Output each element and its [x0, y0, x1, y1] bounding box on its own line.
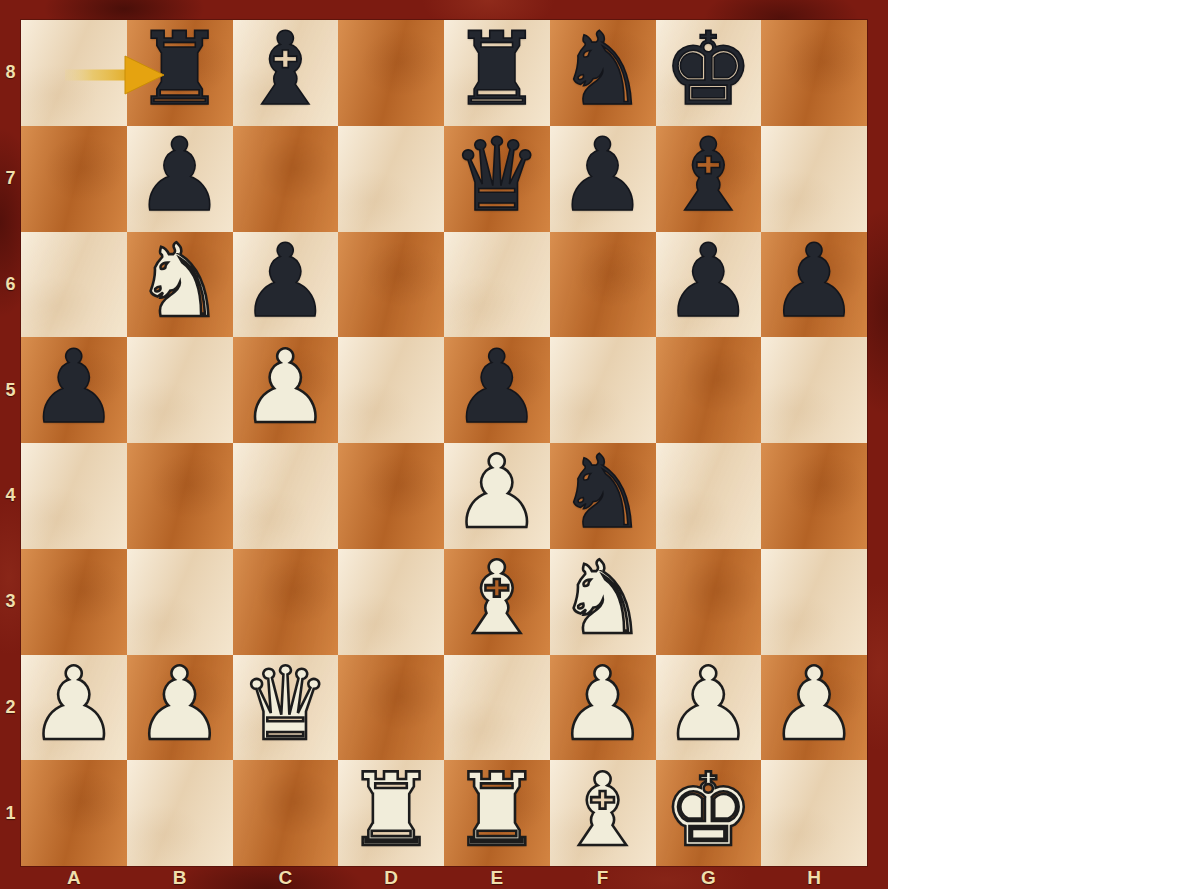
square-g4[interactable]	[656, 443, 762, 549]
square-h6[interactable]: ♟	[761, 232, 867, 338]
square-a7[interactable]	[21, 126, 127, 232]
square-c2[interactable]: ♛	[233, 655, 339, 761]
square-g8[interactable]: ♚	[656, 20, 762, 126]
square-e7[interactable]: ♛	[444, 126, 550, 232]
file-label-f: F	[550, 866, 656, 889]
white-knight[interactable]: ♞	[557, 549, 648, 649]
square-h8[interactable]	[761, 20, 867, 126]
square-h4[interactable]	[761, 443, 867, 549]
square-a2[interactable]: ♟	[21, 655, 127, 761]
white-pawn[interactable]: ♟	[557, 655, 648, 755]
square-c3[interactable]	[233, 549, 339, 655]
square-b6[interactable]: ♞	[127, 232, 233, 338]
black-pawn[interactable]: ♟	[663, 232, 754, 332]
white-bishop[interactable]: ♝	[557, 760, 648, 860]
square-c7[interactable]	[233, 126, 339, 232]
black-pawn[interactable]: ♟	[240, 232, 331, 332]
white-king[interactable]: ♚	[663, 760, 754, 860]
square-a3[interactable]	[21, 549, 127, 655]
square-e3[interactable]: ♝	[444, 549, 550, 655]
black-rook[interactable]: ♜	[452, 20, 543, 120]
file-label-g: G	[656, 866, 762, 889]
black-pawn[interactable]: ♟	[134, 126, 225, 226]
square-e4[interactable]: ♟	[444, 443, 550, 549]
white-pawn[interactable]: ♟	[240, 337, 331, 437]
file-label-b: B	[127, 866, 233, 889]
black-bishop[interactable]: ♝	[240, 20, 331, 120]
square-f6[interactable]	[550, 232, 656, 338]
square-f7[interactable]: ♟	[550, 126, 656, 232]
black-bishop[interactable]: ♝	[663, 126, 754, 226]
white-pawn[interactable]: ♟	[134, 655, 225, 755]
black-queen[interactable]: ♛	[452, 126, 543, 226]
square-f5[interactable]	[550, 337, 656, 443]
square-g3[interactable]	[656, 549, 762, 655]
rank-label-1: 1	[0, 760, 21, 866]
square-d4[interactable]	[338, 443, 444, 549]
black-pawn[interactable]: ♟	[452, 337, 543, 437]
square-c8[interactable]: ♝	[233, 20, 339, 126]
file-label-d: D	[338, 866, 444, 889]
rank-label-2: 2	[0, 655, 21, 761]
black-pawn[interactable]: ♟	[29, 337, 120, 437]
square-a5[interactable]: ♟	[21, 337, 127, 443]
square-d2[interactable]	[338, 655, 444, 761]
square-h5[interactable]	[761, 337, 867, 443]
square-b8[interactable]: ♜	[127, 20, 233, 126]
square-g1[interactable]: ♚	[656, 760, 762, 866]
screenshot-stage: ♜♝♜♞♚♟♛♟♝♞♟♟♟♟♟♟♟♞♝♞♟♟♛♟♟♟♜♜♝♚ 87654321 …	[0, 0, 1200, 889]
square-d1[interactable]: ♜	[338, 760, 444, 866]
square-g2[interactable]: ♟	[656, 655, 762, 761]
black-pawn[interactable]: ♟	[557, 126, 648, 226]
file-labels: ABCDEFGH	[21, 866, 867, 889]
square-c1[interactable]	[233, 760, 339, 866]
square-b2[interactable]: ♟	[127, 655, 233, 761]
square-a8[interactable]	[21, 20, 127, 126]
square-b1[interactable]	[127, 760, 233, 866]
square-b5[interactable]	[127, 337, 233, 443]
square-e8[interactable]: ♜	[444, 20, 550, 126]
rank-label-8: 8	[0, 20, 21, 126]
white-pawn[interactable]: ♟	[452, 443, 543, 543]
square-e5[interactable]: ♟	[444, 337, 550, 443]
square-h7[interactable]	[761, 126, 867, 232]
square-e6[interactable]	[444, 232, 550, 338]
white-rook[interactable]: ♜	[452, 760, 543, 860]
right-white-margin	[888, 0, 1200, 889]
square-a6[interactable]	[21, 232, 127, 338]
file-label-e: E	[444, 866, 550, 889]
square-c4[interactable]	[233, 443, 339, 549]
square-e1[interactable]: ♜	[444, 760, 550, 866]
white-pawn[interactable]: ♟	[29, 655, 120, 755]
square-f1[interactable]: ♝	[550, 760, 656, 866]
square-d7[interactable]	[338, 126, 444, 232]
white-pawn[interactable]: ♟	[769, 655, 860, 755]
square-e2[interactable]	[444, 655, 550, 761]
square-b7[interactable]: ♟	[127, 126, 233, 232]
square-g6[interactable]: ♟	[656, 232, 762, 338]
black-knight[interactable]: ♞	[557, 443, 648, 543]
board-frame: ♜♝♜♞♚♟♛♟♝♞♟♟♟♟♟♟♟♞♝♞♟♟♛♟♟♟♜♜♝♚ 87654321 …	[0, 0, 888, 889]
square-c6[interactable]: ♟	[233, 232, 339, 338]
square-h1[interactable]	[761, 760, 867, 866]
square-g7[interactable]: ♝	[656, 126, 762, 232]
file-label-a: A	[21, 866, 127, 889]
square-b3[interactable]	[127, 549, 233, 655]
white-pawn[interactable]: ♟	[663, 655, 754, 755]
square-h2[interactable]: ♟	[761, 655, 867, 761]
square-d5[interactable]	[338, 337, 444, 443]
square-c5[interactable]: ♟	[233, 337, 339, 443]
chess-board: ♜♝♜♞♚♟♛♟♝♞♟♟♟♟♟♟♟♞♝♞♟♟♛♟♟♟♜♜♝♚	[21, 20, 867, 866]
white-bishop[interactable]: ♝	[452, 549, 543, 649]
square-d3[interactable]	[338, 549, 444, 655]
black-knight[interactable]: ♞	[557, 20, 648, 120]
square-d6[interactable]	[338, 232, 444, 338]
rank-label-7: 7	[0, 126, 21, 232]
square-a1[interactable]	[21, 760, 127, 866]
white-rook[interactable]: ♜	[346, 760, 437, 860]
square-g5[interactable]	[656, 337, 762, 443]
rank-label-5: 5	[0, 337, 21, 443]
square-f4[interactable]: ♞	[550, 443, 656, 549]
square-f3[interactable]: ♞	[550, 549, 656, 655]
rank-labels: 87654321	[0, 20, 21, 866]
file-label-c: C	[233, 866, 339, 889]
black-rook[interactable]: ♜	[134, 20, 225, 120]
square-a4[interactable]	[21, 443, 127, 549]
rank-label-6: 6	[0, 232, 21, 338]
white-knight[interactable]: ♞	[134, 232, 225, 332]
square-h3[interactable]	[761, 549, 867, 655]
file-label-h: H	[761, 866, 867, 889]
square-f8[interactable]: ♞	[550, 20, 656, 126]
black-pawn[interactable]: ♟	[769, 232, 860, 332]
white-queen[interactable]: ♛	[240, 655, 331, 755]
rank-label-3: 3	[0, 549, 21, 655]
square-d8[interactable]	[338, 20, 444, 126]
rank-label-4: 4	[0, 443, 21, 549]
square-f2[interactable]: ♟	[550, 655, 656, 761]
square-b4[interactable]	[127, 443, 233, 549]
black-king[interactable]: ♚	[663, 20, 754, 120]
